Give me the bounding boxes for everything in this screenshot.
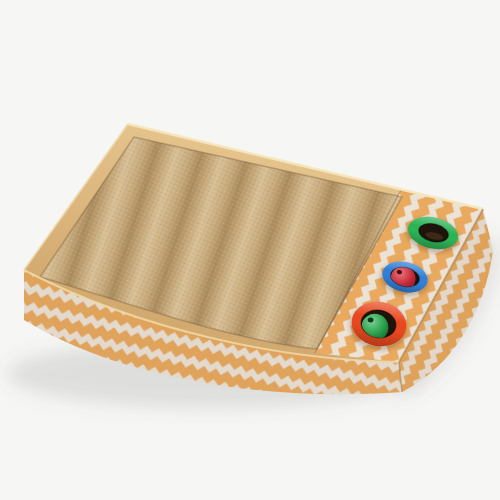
cat-scratcher-illustration	[0, 0, 500, 500]
product-photo	[0, 0, 500, 500]
